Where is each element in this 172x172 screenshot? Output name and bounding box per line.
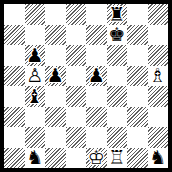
square-e4[interactable] — [86, 86, 107, 107]
square-c1[interactable] — [45, 148, 66, 169]
piece-black-king: ♚ — [107, 25, 128, 46]
black-knight-glyph: ♞ — [148, 147, 169, 168]
piece-black-pawn: ♟ — [25, 45, 46, 66]
piece-black-pawn: ♟ — [45, 66, 66, 87]
black-pawn-glyph: ♟ — [86, 65, 107, 86]
square-c5[interactable]: ♟ — [45, 66, 66, 87]
square-f1[interactable]: ♜♖ — [107, 148, 128, 169]
square-e5[interactable]: ♟ — [86, 66, 107, 87]
piece-black-pawn: ♟ — [86, 66, 107, 87]
black-rook-glyph: ♜ — [107, 4, 128, 25]
square-g2[interactable] — [127, 127, 148, 148]
square-b3[interactable] — [25, 107, 46, 128]
square-d6[interactable] — [66, 45, 87, 66]
square-h6[interactable] — [148, 45, 169, 66]
piece-white-pawn: ♟♙ — [25, 66, 46, 87]
square-g6[interactable] — [127, 45, 148, 66]
square-c2[interactable] — [45, 127, 66, 148]
square-a3[interactable] — [4, 107, 25, 128]
square-e6[interactable] — [86, 45, 107, 66]
square-e3[interactable] — [86, 107, 107, 128]
chess-board: ♜♚♟♟♙♟♟♝♗♝♞♚♔♜♖♞ — [4, 4, 168, 168]
piece-white-bishop: ♝♗ — [148, 66, 169, 87]
square-b5[interactable]: ♟♙ — [25, 66, 46, 87]
square-f3[interactable] — [107, 107, 128, 128]
square-h2[interactable] — [148, 127, 169, 148]
square-d3[interactable] — [66, 107, 87, 128]
square-f4[interactable] — [107, 86, 128, 107]
square-a2[interactable] — [4, 127, 25, 148]
square-h5[interactable]: ♝♗ — [148, 66, 169, 87]
square-f6[interactable] — [107, 45, 128, 66]
square-d5[interactable] — [66, 66, 87, 87]
square-e1[interactable]: ♚♔ — [86, 148, 107, 169]
square-a1[interactable] — [4, 148, 25, 169]
square-h3[interactable] — [148, 107, 169, 128]
square-g5[interactable] — [127, 66, 148, 87]
white-king-outline-glyph: ♔ — [86, 147, 107, 168]
square-c3[interactable] — [45, 107, 66, 128]
square-a5[interactable] — [4, 66, 25, 87]
square-e8[interactable] — [86, 4, 107, 25]
square-c4[interactable] — [45, 86, 66, 107]
square-f2[interactable] — [107, 127, 128, 148]
square-c8[interactable] — [45, 4, 66, 25]
square-e7[interactable] — [86, 25, 107, 46]
square-f7[interactable]: ♚ — [107, 25, 128, 46]
square-b6[interactable]: ♟ — [25, 45, 46, 66]
piece-black-rook: ♜ — [107, 4, 128, 25]
piece-black-knight: ♞ — [148, 148, 169, 169]
white-rook-outline-glyph: ♖ — [107, 147, 128, 168]
square-b2[interactable] — [25, 127, 46, 148]
square-h8[interactable] — [148, 4, 169, 25]
square-g4[interactable] — [127, 86, 148, 107]
square-d7[interactable] — [66, 25, 87, 46]
square-h1[interactable]: ♞ — [148, 148, 169, 169]
square-d8[interactable] — [66, 4, 87, 25]
square-d2[interactable] — [66, 127, 87, 148]
square-a7[interactable] — [4, 25, 25, 46]
square-d1[interactable] — [66, 148, 87, 169]
square-b8[interactable] — [25, 4, 46, 25]
piece-white-king: ♚♔ — [86, 148, 107, 169]
black-knight-glyph: ♞ — [25, 147, 46, 168]
piece-black-bishop: ♝ — [25, 86, 46, 107]
square-e2[interactable] — [86, 127, 107, 148]
black-pawn-glyph: ♟ — [45, 65, 66, 86]
white-bishop-outline-glyph: ♗ — [148, 65, 169, 86]
square-h7[interactable] — [148, 25, 169, 46]
square-b7[interactable] — [25, 25, 46, 46]
white-pawn-outline-glyph: ♙ — [25, 65, 46, 86]
black-bishop-glyph: ♝ — [25, 86, 46, 107]
square-f8[interactable]: ♜ — [107, 4, 128, 25]
square-g1[interactable] — [127, 148, 148, 169]
square-g7[interactable] — [127, 25, 148, 46]
square-a4[interactable] — [4, 86, 25, 107]
square-c6[interactable] — [45, 45, 66, 66]
square-a6[interactable] — [4, 45, 25, 66]
chess-board-frame: ♜♚♟♟♙♟♟♝♗♝♞♚♔♜♖♞ — [0, 0, 172, 172]
square-h4[interactable] — [148, 86, 169, 107]
piece-black-knight: ♞ — [25, 148, 46, 169]
square-d4[interactable] — [66, 86, 87, 107]
square-b1[interactable]: ♞ — [25, 148, 46, 169]
square-c7[interactable] — [45, 25, 66, 46]
square-f5[interactable] — [107, 66, 128, 87]
square-a8[interactable] — [4, 4, 25, 25]
square-b4[interactable]: ♝ — [25, 86, 46, 107]
square-g8[interactable] — [127, 4, 148, 25]
piece-white-rook: ♜♖ — [107, 148, 128, 169]
square-g3[interactable] — [127, 107, 148, 128]
black-pawn-glyph: ♟ — [25, 45, 46, 66]
black-king-glyph: ♚ — [107, 24, 128, 45]
